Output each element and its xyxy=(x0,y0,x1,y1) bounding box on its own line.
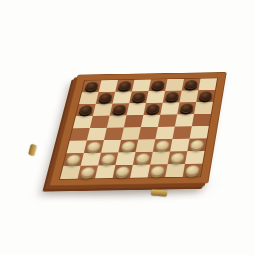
light-piece[interactable] xyxy=(100,154,115,164)
square-5-7[interactable] xyxy=(187,138,206,151)
light-piece[interactable] xyxy=(80,167,96,177)
light-piece[interactable] xyxy=(86,142,101,152)
light-piece[interactable] xyxy=(135,153,150,163)
dark-piece[interactable] xyxy=(112,105,127,114)
square-3-7[interactable] xyxy=(192,114,211,126)
light-piece[interactable] xyxy=(115,166,130,176)
dark-piece[interactable] xyxy=(146,104,161,113)
square-1-7[interactable] xyxy=(196,90,215,102)
light-piece[interactable] xyxy=(150,166,165,176)
dark-piece[interactable] xyxy=(184,80,198,89)
dark-piece[interactable] xyxy=(198,91,212,100)
board-scene xyxy=(0,0,255,255)
square-7-7[interactable] xyxy=(183,164,203,177)
square-4-7[interactable] xyxy=(190,126,209,139)
checkers-board xyxy=(49,72,227,186)
light-piece[interactable] xyxy=(121,141,136,151)
light-piece[interactable] xyxy=(170,153,185,163)
dark-piece[interactable] xyxy=(151,81,166,90)
dark-piece[interactable] xyxy=(165,92,180,101)
light-piece[interactable] xyxy=(185,165,200,175)
square-6-7[interactable] xyxy=(185,151,205,164)
dark-piece[interactable] xyxy=(132,93,147,102)
light-piece[interactable] xyxy=(155,140,170,150)
dark-piece[interactable] xyxy=(78,105,93,114)
dark-piece[interactable] xyxy=(179,104,194,113)
playing-area xyxy=(60,78,217,179)
dark-piece[interactable] xyxy=(118,81,133,90)
square-2-7[interactable] xyxy=(194,102,213,114)
light-piece[interactable] xyxy=(190,140,205,150)
brass-clasp xyxy=(151,189,167,196)
product-photo-canvas xyxy=(0,0,255,255)
light-piece[interactable] xyxy=(66,155,82,165)
square-0-7[interactable] xyxy=(198,78,217,90)
dark-piece[interactable] xyxy=(84,82,99,91)
dark-piece[interactable] xyxy=(98,93,113,102)
